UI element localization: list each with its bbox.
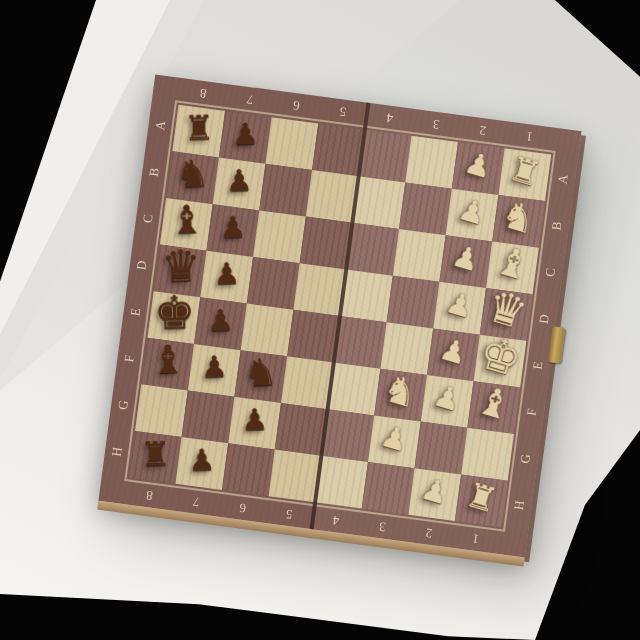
square-e2[interactable]: ♟ [427, 328, 480, 381]
label-top-1: 1 [518, 125, 540, 147]
white-bishop-f1[interactable]: ♝ [472, 379, 517, 426]
square-h3[interactable] [362, 462, 415, 515]
label-top-6: 6 [285, 94, 307, 116]
square-d6[interactable] [247, 257, 300, 310]
label-right-E: E [527, 354, 549, 376]
square-h5[interactable] [269, 450, 322, 503]
square-d5[interactable] [293, 263, 346, 316]
square-g6[interactable]: ♟ [228, 397, 281, 450]
label-right-B: B [546, 215, 568, 237]
label-left-B: B [143, 161, 165, 183]
label-top-3: 3 [425, 113, 447, 135]
square-h2[interactable]: ♟ [408, 468, 461, 521]
square-e5[interactable] [287, 310, 340, 363]
square-f1[interactable]: ♝ [467, 381, 520, 434]
square-a4[interactable] [359, 130, 412, 183]
label-right-F: F [521, 401, 543, 423]
square-g7[interactable] [182, 391, 235, 444]
label-right-D: D [533, 308, 555, 330]
white-knight-b1[interactable]: ♞ [497, 194, 541, 240]
label-left-G: G [112, 394, 134, 416]
square-f6[interactable]: ♞ [234, 350, 287, 403]
black-bishop-c8[interactable]: ♝ [169, 200, 205, 240]
label-right-C: C [539, 261, 561, 283]
label-bottom-6: 6 [232, 497, 254, 519]
square-a3[interactable] [405, 136, 458, 189]
label-right-G: G [515, 448, 537, 470]
square-f3[interactable]: ♞ [374, 369, 427, 422]
chess-board[interactable]: ♜♟♟♜♞♟♟♞♝♟♟♝♛♟♟♛♚♟♟♚♝♟♞♞♟♝♟♟♜♟♟♜87654321… [98, 74, 581, 557]
square-c2[interactable]: ♟ [439, 235, 492, 288]
square-h1[interactable]: ♜ [455, 474, 508, 527]
square-d3[interactable] [387, 276, 440, 329]
white-pawn-g3[interactable]: ♟ [378, 420, 412, 456]
square-h7[interactable]: ♟ [175, 437, 228, 490]
square-b3[interactable] [399, 182, 452, 235]
square-a8[interactable]: ♜ [172, 105, 225, 158]
black-pawn-g6[interactable]: ♟ [241, 404, 269, 435]
label-bottom-8: 8 [138, 484, 160, 506]
square-f4[interactable] [328, 363, 381, 416]
square-e7[interactable]: ♟ [194, 297, 247, 350]
label-top-8: 8 [192, 82, 214, 104]
square-c7[interactable]: ♟ [206, 204, 259, 257]
black-pawn-e7[interactable]: ♟ [207, 305, 235, 336]
black-rook-a8[interactable]: ♜ [184, 110, 215, 145]
white-pawn-d2[interactable]: ♟ [443, 286, 477, 322]
label-top-2: 2 [472, 119, 494, 141]
label-left-D: D [131, 254, 153, 276]
label-right-A: A [552, 168, 574, 190]
label-right-H: H [508, 494, 530, 516]
square-e4[interactable] [334, 316, 387, 369]
square-a1[interactable]: ♜ [498, 148, 551, 201]
label-bottom-4: 4 [325, 509, 347, 531]
white-rook-h1[interactable]: ♜ [462, 476, 501, 517]
square-c3[interactable] [393, 229, 446, 282]
square-c5[interactable] [300, 217, 353, 270]
square-c6[interactable] [253, 210, 306, 263]
white-pawn-f2[interactable]: ♟ [430, 380, 464, 416]
black-king-e8[interactable]: ♚ [153, 289, 195, 336]
square-g3[interactable]: ♟ [368, 415, 421, 468]
square-e1[interactable]: ♚ [474, 335, 527, 388]
square-g1[interactable] [461, 428, 514, 481]
square-d4[interactable] [340, 269, 393, 322]
square-d2[interactable]: ♟ [433, 282, 486, 335]
white-king-e1[interactable]: ♚ [474, 328, 527, 384]
black-pawn-c7[interactable]: ♟ [220, 212, 248, 243]
square-f5[interactable] [281, 356, 334, 409]
square-a2[interactable]: ♟ [452, 142, 505, 195]
black-pawn-h7[interactable]: ♟ [188, 445, 216, 476]
square-a5[interactable] [312, 123, 365, 176]
square-a6[interactable] [265, 117, 318, 170]
black-queen-d8[interactable]: ♛ [160, 243, 201, 288]
label-left-F: F [118, 347, 140, 369]
label-left-H: H [106, 440, 128, 462]
white-pawn-b2[interactable]: ♟ [455, 193, 489, 229]
white-pawn-e2[interactable]: ♟ [437, 333, 471, 369]
white-knight-f3[interactable]: ♞ [379, 368, 423, 414]
white-pawn-a2[interactable]: ♟ [462, 147, 496, 183]
square-b1[interactable]: ♞ [492, 195, 545, 248]
square-g4[interactable] [321, 409, 374, 462]
label-top-4: 4 [378, 107, 400, 129]
square-e3[interactable] [380, 322, 433, 375]
black-pawn-a7[interactable]: ♟ [232, 119, 260, 150]
label-bottom-5: 5 [278, 503, 300, 525]
square-h8[interactable]: ♜ [129, 431, 182, 484]
label-left-E: E [125, 301, 147, 323]
square-h4[interactable] [315, 456, 368, 509]
white-rook-a1[interactable]: ♜ [506, 150, 545, 191]
label-left-C: C [137, 208, 159, 230]
square-h6[interactable] [222, 443, 275, 496]
label-top-7: 7 [239, 88, 261, 110]
square-c4[interactable] [346, 223, 399, 276]
white-pawn-h2[interactable]: ♟ [418, 473, 452, 509]
square-f7[interactable]: ♟ [188, 344, 241, 397]
square-b7[interactable]: ♟ [213, 158, 266, 211]
square-a7[interactable]: ♟ [219, 111, 272, 164]
black-bishop-f8[interactable]: ♝ [150, 340, 186, 380]
black-pawn-d7[interactable]: ♟ [213, 258, 241, 289]
black-knight-f6[interactable]: ♞ [244, 353, 279, 392]
square-b2[interactable]: ♟ [446, 189, 499, 242]
square-g2[interactable] [415, 422, 468, 475]
square-e6[interactable] [241, 304, 294, 357]
label-bottom-7: 7 [185, 490, 207, 512]
square-f8[interactable]: ♝ [141, 338, 194, 391]
square-b4[interactable] [352, 176, 405, 229]
black-knight-b8[interactable]: ♞ [176, 154, 211, 193]
black-pawn-b7[interactable]: ♟ [226, 165, 254, 196]
label-top-5: 5 [332, 100, 354, 122]
square-d7[interactable]: ♟ [200, 251, 253, 304]
square-b5[interactable] [306, 170, 359, 223]
square-g5[interactable] [275, 403, 328, 456]
label-left-A: A [149, 114, 171, 136]
square-g8[interactable] [135, 384, 188, 437]
label-bottom-2: 2 [418, 521, 440, 543]
black-rook-h8[interactable]: ♜ [140, 436, 171, 471]
label-bottom-3: 3 [371, 515, 393, 537]
white-pawn-c2[interactable]: ♟ [449, 240, 483, 276]
black-pawn-f7[interactable]: ♟ [201, 351, 229, 382]
square-f2[interactable]: ♟ [421, 375, 474, 428]
label-bottom-1: 1 [464, 528, 486, 550]
square-b6[interactable] [259, 164, 312, 217]
